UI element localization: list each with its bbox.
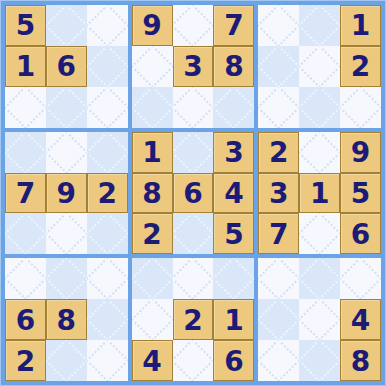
diamond-ornament: [5, 132, 46, 173]
diamond-ornament: [299, 46, 340, 87]
cell-r3c2[interactable]: [46, 87, 87, 128]
cell-r9c7[interactable]: [258, 340, 299, 381]
cell-r5c3: 2: [87, 173, 128, 214]
cell-r2c7[interactable]: [258, 46, 299, 87]
given-digit: 1: [16, 53, 35, 81]
cell-r6c8[interactable]: [299, 213, 340, 254]
diamond-ornament: [299, 87, 340, 128]
diamond-ornament: [46, 340, 87, 381]
diamond-ornament: [87, 87, 128, 128]
diamond-ornament: [46, 258, 87, 299]
cell-r2c6: 8: [213, 46, 254, 87]
diamond-ornament: [132, 299, 173, 340]
cell-r8c6: 1: [213, 299, 254, 340]
cell-r9c9: 8: [340, 340, 381, 381]
cell-r3c4[interactable]: [132, 87, 173, 128]
cell-r5c8: 1: [299, 173, 340, 214]
diamond-ornament: [5, 258, 46, 299]
diamond-ornament: [299, 213, 340, 254]
diamond-ornament: [173, 213, 214, 254]
box-3: 12: [258, 5, 381, 128]
cell-r7c2[interactable]: [46, 258, 87, 299]
cell-r5c2: 9: [46, 173, 87, 214]
cell-r3c3[interactable]: [87, 87, 128, 128]
cell-r6c3[interactable]: [87, 213, 128, 254]
cell-r8c1: 6: [5, 299, 46, 340]
cell-r2c1: 1: [5, 46, 46, 87]
diamond-ornament: [87, 46, 128, 87]
cell-r7c9[interactable]: [340, 258, 381, 299]
diamond-ornament: [299, 340, 340, 381]
cell-r6c6: 5: [213, 213, 254, 254]
given-digit: 7: [16, 180, 35, 208]
given-digit: 6: [57, 53, 76, 81]
box-9: 48: [258, 258, 381, 381]
cell-r4c1[interactable]: [5, 132, 46, 173]
cell-r4c8[interactable]: [299, 132, 340, 173]
cell-r5c6: 4: [213, 173, 254, 214]
cell-r6c1[interactable]: [5, 213, 46, 254]
cell-r4c5[interactable]: [173, 132, 214, 173]
diamond-ornament: [258, 258, 299, 299]
cell-r8c5: 2: [173, 299, 214, 340]
given-digit: 4: [224, 180, 243, 208]
cell-r5c5: 6: [173, 173, 214, 214]
given-digit: 2: [97, 180, 116, 208]
diamond-ornament: [258, 5, 299, 46]
cell-r5c4: 8: [132, 173, 173, 214]
cell-r9c1: 2: [5, 340, 46, 381]
cell-r7c5[interactable]: [173, 258, 214, 299]
diamond-ornament: [299, 5, 340, 46]
cell-r1c8[interactable]: [299, 5, 340, 46]
given-digit: 5: [224, 221, 243, 249]
cell-r1c7[interactable]: [258, 5, 299, 46]
box-5: 1386425: [132, 132, 255, 255]
given-digit: 5: [16, 12, 35, 40]
cell-r7c7[interactable]: [258, 258, 299, 299]
diamond-ornament: [46, 132, 87, 173]
cell-r6c5[interactable]: [173, 213, 214, 254]
diamond-ornament: [46, 87, 87, 128]
diamond-ornament: [299, 258, 340, 299]
diamond-ornament: [46, 5, 87, 46]
cell-r7c1[interactable]: [5, 258, 46, 299]
given-digit: 4: [351, 307, 370, 335]
given-digit: 3: [269, 180, 288, 208]
given-digit: 1: [310, 180, 329, 208]
cell-r6c9: 6: [340, 213, 381, 254]
diamond-ornament: [87, 132, 128, 173]
box-8: 2146: [132, 258, 255, 381]
diamond-ornament: [173, 132, 214, 173]
cell-r8c8[interactable]: [299, 299, 340, 340]
diamond-ornament: [340, 87, 381, 128]
diamond-ornament: [213, 258, 254, 299]
cell-r9c4: 4: [132, 340, 173, 381]
box-7: 682: [5, 258, 128, 381]
cell-r6c4: 2: [132, 213, 173, 254]
diamond-ornament: [258, 340, 299, 381]
diamond-ornament: [87, 299, 128, 340]
cell-r3c9[interactable]: [340, 87, 381, 128]
cell-r4c7: 2: [258, 132, 299, 173]
cell-r8c7[interactable]: [258, 299, 299, 340]
given-digit: 5: [351, 180, 370, 208]
diamond-ornament: [87, 213, 128, 254]
given-digit: 3: [183, 53, 202, 81]
cell-r3c5[interactable]: [173, 87, 214, 128]
diamond-ornament: [87, 258, 128, 299]
given-digit: 2: [351, 53, 370, 81]
box-4: 792: [5, 132, 128, 255]
diamond-ornament: [173, 5, 214, 46]
given-digit: 4: [142, 348, 161, 376]
given-digit: 1: [224, 307, 243, 335]
cell-r5c1: 7: [5, 173, 46, 214]
diamond-ornament: [132, 46, 173, 87]
given-digit: 2: [269, 139, 288, 167]
cell-r1c9: 1: [340, 5, 381, 46]
cell-r4c9: 9: [340, 132, 381, 173]
box-1: 516: [5, 5, 128, 128]
diamond-ornament: [132, 258, 173, 299]
diamond-ornament: [87, 340, 128, 381]
given-digit: 2: [183, 307, 202, 335]
diamond-ornament: [46, 213, 87, 254]
cell-r9c6: 6: [213, 340, 254, 381]
diamond-ornament: [340, 258, 381, 299]
given-digit: 9: [142, 12, 161, 40]
cell-r5c9: 5: [340, 173, 381, 214]
sudoku-board: 51697381279213864252931576682214648: [0, 0, 386, 386]
given-digit: 1: [351, 12, 370, 40]
cell-r7c3[interactable]: [87, 258, 128, 299]
given-digit: 8: [224, 53, 243, 81]
cell-r1c1: 5: [5, 5, 46, 46]
cell-r3c7[interactable]: [258, 87, 299, 128]
cell-r5c7: 3: [258, 173, 299, 214]
given-digit: 8: [351, 348, 370, 376]
cell-r7c4[interactable]: [132, 258, 173, 299]
diamond-ornament: [87, 5, 128, 46]
diamond-ornament: [213, 87, 254, 128]
cell-r9c3[interactable]: [87, 340, 128, 381]
cell-r3c1[interactable]: [5, 87, 46, 128]
given-digit: 6: [16, 307, 35, 335]
cell-r9c5[interactable]: [173, 340, 214, 381]
cell-r8c9: 4: [340, 299, 381, 340]
diamond-ornament: [173, 87, 214, 128]
cell-r1c4: 9: [132, 5, 173, 46]
diamond-ornament: [132, 87, 173, 128]
cell-r3c6[interactable]: [213, 87, 254, 128]
cell-r4c6: 3: [213, 132, 254, 173]
given-digit: 3: [224, 139, 243, 167]
given-digit: 9: [351, 139, 370, 167]
diamond-ornament: [299, 299, 340, 340]
diamond-ornament: [5, 213, 46, 254]
cell-r1c6: 7: [213, 5, 254, 46]
cell-r4c3[interactable]: [87, 132, 128, 173]
cell-r2c5: 3: [173, 46, 214, 87]
cell-r6c7: 7: [258, 213, 299, 254]
cell-r2c4[interactable]: [132, 46, 173, 87]
given-digit: 9: [57, 180, 76, 208]
box-6: 2931576: [258, 132, 381, 255]
diamond-ornament: [258, 299, 299, 340]
cell-r6c2[interactable]: [46, 213, 87, 254]
given-digit: 6: [351, 221, 370, 249]
cell-r2c9: 2: [340, 46, 381, 87]
cell-r1c3[interactable]: [87, 5, 128, 46]
cell-r3c8[interactable]: [299, 87, 340, 128]
cell-r7c8[interactable]: [299, 258, 340, 299]
cell-r8c2: 8: [46, 299, 87, 340]
diamond-ornament: [173, 258, 214, 299]
given-digit: 8: [57, 307, 76, 335]
diamond-ornament: [258, 87, 299, 128]
cell-r9c8[interactable]: [299, 340, 340, 381]
given-digit: 6: [224, 348, 243, 376]
cell-r2c3[interactable]: [87, 46, 128, 87]
given-digit: 8: [142, 180, 161, 208]
box-2: 9738: [132, 5, 255, 128]
cell-r1c2[interactable]: [46, 5, 87, 46]
cell-r9c2[interactable]: [46, 340, 87, 381]
given-digit: 7: [224, 12, 243, 40]
cell-r8c4[interactable]: [132, 299, 173, 340]
cell-r2c8[interactable]: [299, 46, 340, 87]
given-digit: 2: [142, 221, 161, 249]
cell-r1c5[interactable]: [173, 5, 214, 46]
diamond-ornament: [258, 46, 299, 87]
given-digit: 7: [269, 221, 288, 249]
cell-r4c4: 1: [132, 132, 173, 173]
given-digit: 2: [16, 348, 35, 376]
given-digit: 6: [183, 180, 202, 208]
cell-r7c6[interactable]: [213, 258, 254, 299]
cell-r8c3[interactable]: [87, 299, 128, 340]
cell-r2c2: 6: [46, 46, 87, 87]
diamond-ornament: [5, 87, 46, 128]
given-digit: 1: [142, 139, 161, 167]
cell-r4c2[interactable]: [46, 132, 87, 173]
diamond-ornament: [299, 132, 340, 173]
diamond-ornament: [173, 340, 214, 381]
